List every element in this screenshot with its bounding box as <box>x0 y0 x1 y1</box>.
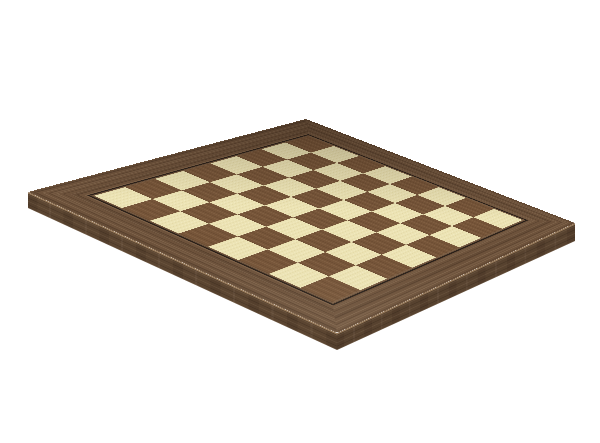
product-photo-scene <box>0 0 600 443</box>
chess-board <box>28 119 575 333</box>
